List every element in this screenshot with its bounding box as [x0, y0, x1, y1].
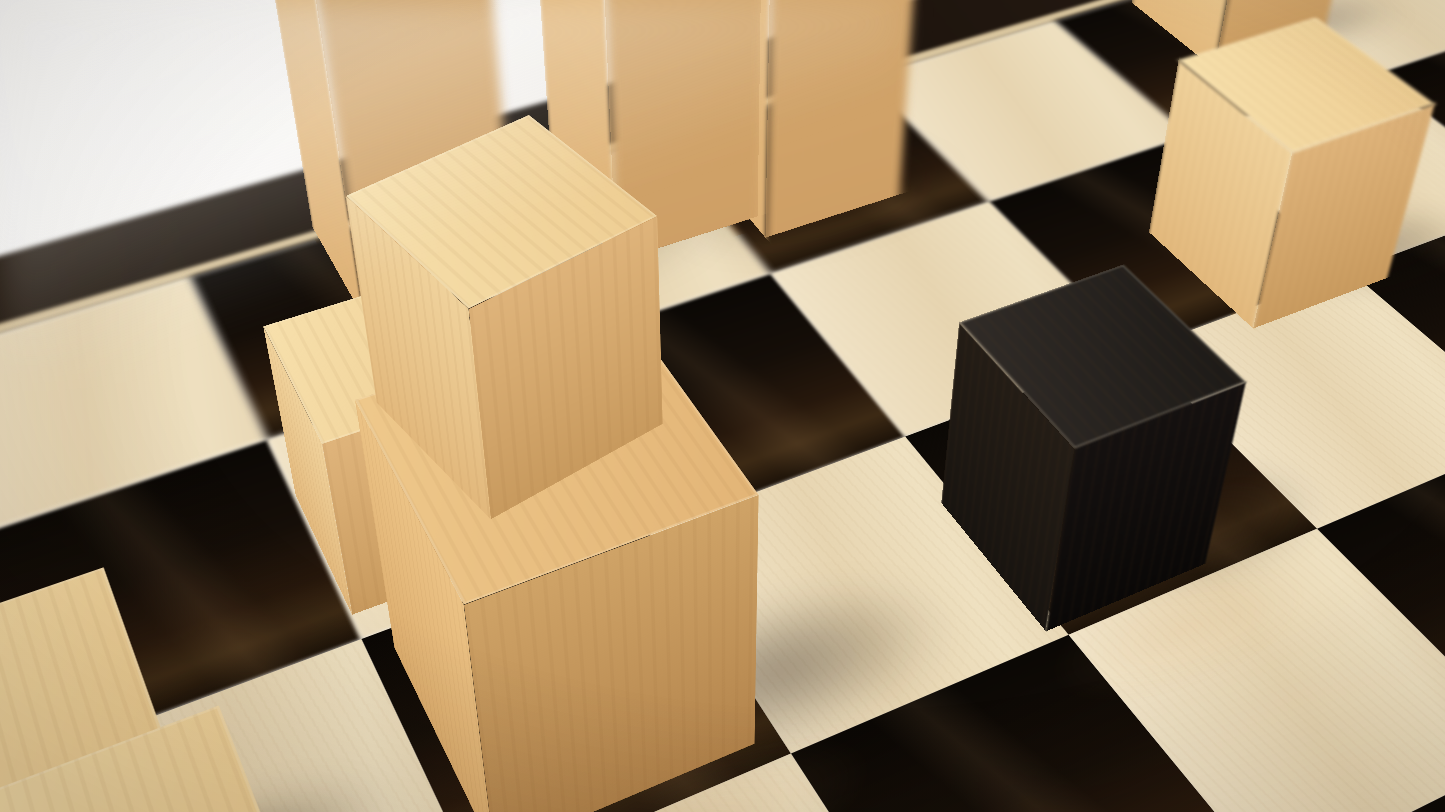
perspective-camera [0, 0, 1445, 812]
chess-board [0, 0, 1445, 812]
photo-scene [0, 0, 1445, 812]
